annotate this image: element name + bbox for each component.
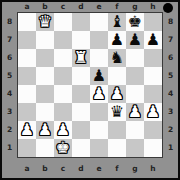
piece-white-pawn[interactable]: ♟ bbox=[90, 85, 108, 103]
square-a6[interactable] bbox=[18, 49, 36, 67]
file-label-a: a bbox=[18, 164, 36, 174]
piece-black-pawn[interactable]: ♟ bbox=[108, 31, 126, 49]
square-a8[interactable] bbox=[18, 13, 36, 31]
square-c3[interactable] bbox=[54, 103, 72, 121]
file-labels-top: abcdefgh bbox=[18, 2, 162, 12]
square-d5[interactable] bbox=[72, 67, 90, 85]
square-f7[interactable]: ♟ bbox=[108, 31, 126, 49]
file-label-f: f bbox=[108, 2, 126, 12]
piece-white-pawn[interactable]: ♟ bbox=[18, 121, 36, 139]
square-f4[interactable]: ♟ bbox=[108, 85, 126, 103]
rank-label-5: 5 bbox=[2, 67, 17, 85]
square-f6[interactable]: ♞ bbox=[108, 49, 126, 67]
square-c2[interactable]: ♟ bbox=[54, 121, 72, 139]
square-c5[interactable] bbox=[54, 67, 72, 85]
rank-labels-right: 87654321 bbox=[163, 13, 178, 157]
piece-white-queen[interactable]: ♛ bbox=[36, 13, 54, 31]
square-a1[interactable] bbox=[18, 139, 36, 157]
file-label-d: d bbox=[72, 164, 90, 174]
square-h6[interactable] bbox=[144, 49, 162, 67]
file-label-b: b bbox=[36, 164, 54, 174]
square-d6[interactable]: ♜ bbox=[72, 49, 90, 67]
square-c6[interactable] bbox=[54, 49, 72, 67]
square-e7[interactable] bbox=[90, 31, 108, 49]
file-label-g: g bbox=[126, 164, 144, 174]
square-c8[interactable] bbox=[54, 13, 72, 31]
square-h5[interactable] bbox=[144, 67, 162, 85]
square-g6[interactable] bbox=[126, 49, 144, 67]
square-b4[interactable] bbox=[36, 85, 54, 103]
square-h8[interactable] bbox=[144, 13, 162, 31]
square-e2[interactable] bbox=[90, 121, 108, 139]
black-to-move-indicator bbox=[163, 3, 173, 13]
square-d2[interactable] bbox=[72, 121, 90, 139]
square-e5[interactable]: ♟ bbox=[90, 67, 108, 85]
square-e8[interactable] bbox=[90, 13, 108, 31]
rank-label-3: 3 bbox=[2, 103, 17, 121]
chess-board: ♛♝♚♟♟♟♜♞♟♟♟♛♟♟♟♟♟♚ bbox=[17, 12, 163, 158]
file-label-d: d bbox=[72, 2, 90, 12]
piece-black-king[interactable]: ♚ bbox=[126, 13, 144, 31]
piece-white-rook[interactable]: ♜ bbox=[72, 49, 90, 67]
rank-label-5: 5 bbox=[163, 67, 178, 85]
square-f1[interactable] bbox=[108, 139, 126, 157]
piece-black-pawn[interactable]: ♟ bbox=[90, 67, 108, 85]
square-d4[interactable] bbox=[72, 85, 90, 103]
square-b1[interactable] bbox=[36, 139, 54, 157]
file-label-f: f bbox=[108, 164, 126, 174]
square-h3[interactable]: ♟ bbox=[144, 103, 162, 121]
square-h4[interactable] bbox=[144, 85, 162, 103]
file-label-c: c bbox=[54, 2, 72, 12]
piece-white-pawn[interactable]: ♟ bbox=[108, 85, 126, 103]
square-f2[interactable] bbox=[108, 121, 126, 139]
piece-white-pawn[interactable]: ♟ bbox=[54, 121, 72, 139]
file-label-e: e bbox=[90, 164, 108, 174]
square-g2[interactable] bbox=[126, 121, 144, 139]
square-g1[interactable] bbox=[126, 139, 144, 157]
square-c1[interactable]: ♚ bbox=[54, 139, 72, 157]
piece-black-knight[interactable]: ♞ bbox=[108, 49, 126, 67]
square-h2[interactable] bbox=[144, 121, 162, 139]
square-e1[interactable] bbox=[90, 139, 108, 157]
rank-label-1: 1 bbox=[163, 139, 178, 157]
square-a2[interactable]: ♟ bbox=[18, 121, 36, 139]
square-d7[interactable] bbox=[72, 31, 90, 49]
rank-labels-left: 87654321 bbox=[2, 13, 17, 157]
square-g5[interactable] bbox=[126, 67, 144, 85]
file-label-g: g bbox=[126, 2, 144, 12]
square-f3[interactable]: ♛ bbox=[108, 103, 126, 121]
rank-label-2: 2 bbox=[2, 121, 17, 139]
square-g4[interactable] bbox=[126, 85, 144, 103]
square-e4[interactable]: ♟ bbox=[90, 85, 108, 103]
square-d8[interactable] bbox=[72, 13, 90, 31]
square-b8[interactable]: ♛ bbox=[36, 13, 54, 31]
rank-label-1: 1 bbox=[2, 139, 17, 157]
file-label-a: a bbox=[18, 2, 36, 12]
file-label-e: e bbox=[90, 2, 108, 12]
square-b3[interactable] bbox=[36, 103, 54, 121]
file-label-c: c bbox=[54, 164, 72, 174]
square-d3[interactable] bbox=[72, 103, 90, 121]
square-b6[interactable] bbox=[36, 49, 54, 67]
square-c4[interactable] bbox=[54, 85, 72, 103]
rank-label-6: 6 bbox=[163, 49, 178, 67]
piece-white-king[interactable]: ♚ bbox=[54, 139, 72, 157]
rank-label-2: 2 bbox=[163, 121, 178, 139]
square-e3[interactable] bbox=[90, 103, 108, 121]
chess-diagram: abcdefgh 87654321 87654321 abcdefgh ♛♝♚♟… bbox=[0, 0, 180, 180]
square-b7[interactable] bbox=[36, 31, 54, 49]
square-b2[interactable]: ♟ bbox=[36, 121, 54, 139]
square-h7[interactable]: ♟ bbox=[144, 31, 162, 49]
rank-label-7: 7 bbox=[163, 31, 178, 49]
rank-label-8: 8 bbox=[2, 13, 17, 31]
piece-black-pawn[interactable]: ♟ bbox=[126, 31, 144, 49]
piece-black-bishop[interactable]: ♝ bbox=[108, 13, 126, 31]
rank-label-7: 7 bbox=[2, 31, 17, 49]
file-label-h: h bbox=[144, 164, 162, 174]
square-a3[interactable] bbox=[18, 103, 36, 121]
square-b5[interactable] bbox=[36, 67, 54, 85]
square-h1[interactable] bbox=[144, 139, 162, 157]
square-e6[interactable] bbox=[90, 49, 108, 67]
square-a7[interactable] bbox=[18, 31, 36, 49]
piece-white-pawn[interactable]: ♟ bbox=[36, 121, 54, 139]
rank-label-6: 6 bbox=[2, 49, 17, 67]
piece-white-pawn[interactable]: ♟ bbox=[144, 103, 162, 121]
square-f8[interactable]: ♝ bbox=[108, 13, 126, 31]
rank-label-8: 8 bbox=[163, 13, 178, 31]
square-c7[interactable] bbox=[54, 31, 72, 49]
file-label-h: h bbox=[144, 2, 162, 12]
square-g7[interactable]: ♟ bbox=[126, 31, 144, 49]
square-a5[interactable] bbox=[18, 67, 36, 85]
square-g3[interactable]: ♟ bbox=[126, 103, 144, 121]
piece-black-queen[interactable]: ♛ bbox=[108, 103, 126, 121]
file-labels-bottom: abcdefgh bbox=[18, 164, 162, 174]
piece-white-pawn[interactable]: ♟ bbox=[126, 103, 144, 121]
rank-label-3: 3 bbox=[163, 103, 178, 121]
piece-black-pawn[interactable]: ♟ bbox=[144, 31, 162, 49]
square-d1[interactable] bbox=[72, 139, 90, 157]
square-g8[interactable]: ♚ bbox=[126, 13, 144, 31]
rank-label-4: 4 bbox=[2, 85, 17, 103]
square-f5[interactable] bbox=[108, 67, 126, 85]
file-label-b: b bbox=[36, 2, 54, 12]
rank-label-4: 4 bbox=[163, 85, 178, 103]
square-a4[interactable] bbox=[18, 85, 36, 103]
